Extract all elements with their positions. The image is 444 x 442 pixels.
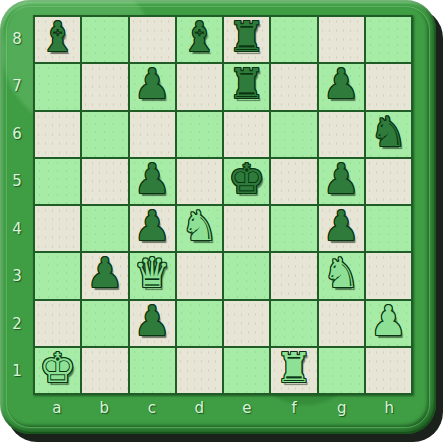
piece-black-pawn[interactable]: ♟ — [134, 206, 171, 247]
piece-black-pawn[interactable]: ♟ — [323, 64, 360, 105]
square-a4[interactable] — [35, 206, 80, 251]
square-c5[interactable]: ♟ — [130, 159, 175, 204]
piece-white-knight[interactable]: ♞ — [181, 206, 218, 247]
square-c1[interactable] — [130, 348, 175, 393]
piece-white-pawn[interactable]: ♟ — [370, 301, 407, 342]
piece-black-knight[interactable]: ♞ — [370, 112, 407, 153]
square-d3[interactable] — [177, 253, 222, 298]
square-c6[interactable] — [130, 112, 175, 157]
square-b3[interactable]: ♟ — [82, 253, 127, 298]
piece-black-pawn[interactable]: ♟ — [134, 64, 171, 105]
square-g4[interactable]: ♟ — [319, 206, 364, 251]
square-d1[interactable] — [177, 348, 222, 393]
square-e3[interactable] — [224, 253, 269, 298]
file-label-h: h — [366, 396, 414, 420]
file-label-a: a — [33, 396, 81, 420]
file-label-g: g — [318, 396, 366, 420]
square-a1[interactable]: ♚ — [35, 348, 80, 393]
board-frame: 87654321 abcdefgh ♝♝♜♟♜♟♞♟♚♟♟♞♟♟♛♞♟♟♚♜ — [0, 0, 436, 434]
square-f6[interactable] — [271, 112, 316, 157]
square-b4[interactable] — [82, 206, 127, 251]
piece-black-pawn[interactable]: ♟ — [323, 159, 360, 200]
piece-black-king[interactable]: ♚ — [228, 159, 265, 200]
square-b6[interactable] — [82, 112, 127, 157]
square-b8[interactable] — [82, 17, 127, 62]
square-g6[interactable] — [319, 112, 364, 157]
square-d6[interactable] — [177, 112, 222, 157]
square-g8[interactable] — [319, 17, 364, 62]
square-a3[interactable] — [35, 253, 80, 298]
square-e6[interactable] — [224, 112, 269, 157]
square-b2[interactable] — [82, 301, 127, 346]
square-c2[interactable]: ♟ — [130, 301, 175, 346]
square-d7[interactable] — [177, 64, 222, 109]
rank-label-4: 4 — [4, 205, 30, 253]
square-h4[interactable] — [366, 206, 411, 251]
rank-label-1: 1 — [4, 348, 30, 396]
square-e5[interactable]: ♚ — [224, 159, 269, 204]
piece-white-queen[interactable]: ♛ — [134, 253, 171, 294]
chess-board: ♝♝♜♟♜♟♞♟♚♟♟♞♟♟♛♞♟♟♚♜ — [33, 15, 413, 395]
square-f4[interactable] — [271, 206, 316, 251]
square-g1[interactable] — [319, 348, 364, 393]
rank-label-7: 7 — [4, 63, 30, 111]
square-e2[interactable] — [224, 301, 269, 346]
square-h7[interactable] — [366, 64, 411, 109]
square-f3[interactable] — [271, 253, 316, 298]
piece-white-rook[interactable]: ♜ — [275, 348, 312, 389]
square-d5[interactable] — [177, 159, 222, 204]
square-h2[interactable]: ♟ — [366, 301, 411, 346]
file-label-f: f — [271, 396, 319, 420]
square-h3[interactable] — [366, 253, 411, 298]
rank-label-8: 8 — [4, 15, 30, 63]
piece-black-pawn[interactable]: ♟ — [86, 253, 123, 294]
rank-label-3: 3 — [4, 253, 30, 301]
square-h5[interactable] — [366, 159, 411, 204]
chess-app-window: 87654321 abcdefgh ♝♝♜♟♜♟♞♟♚♟♟♞♟♟♛♞♟♟♚♜ — [0, 0, 444, 442]
file-label-c: c — [128, 396, 176, 420]
square-f2[interactable] — [271, 301, 316, 346]
piece-black-pawn[interactable]: ♟ — [134, 301, 171, 342]
rank-labels: 87654321 — [4, 15, 30, 395]
square-d8[interactable]: ♝ — [177, 17, 222, 62]
file-label-b: b — [81, 396, 129, 420]
square-d2[interactable] — [177, 301, 222, 346]
rank-label-6: 6 — [4, 110, 30, 158]
square-f1[interactable]: ♜ — [271, 348, 316, 393]
file-label-d: d — [176, 396, 224, 420]
rank-label-2: 2 — [4, 300, 30, 348]
square-g3[interactable]: ♞ — [319, 253, 364, 298]
piece-black-pawn[interactable]: ♟ — [134, 159, 171, 200]
square-h8[interactable] — [366, 17, 411, 62]
piece-black-pawn[interactable]: ♟ — [323, 206, 360, 247]
square-f7[interactable] — [271, 64, 316, 109]
square-g5[interactable]: ♟ — [319, 159, 364, 204]
square-b5[interactable] — [82, 159, 127, 204]
square-c4[interactable]: ♟ — [130, 206, 175, 251]
square-g2[interactable] — [319, 301, 364, 346]
rank-label-5: 5 — [4, 158, 30, 206]
piece-white-king[interactable]: ♚ — [39, 348, 76, 389]
piece-black-rook[interactable]: ♜ — [228, 17, 265, 58]
square-b1[interactable] — [82, 348, 127, 393]
square-g7[interactable]: ♟ — [319, 64, 364, 109]
square-a6[interactable] — [35, 112, 80, 157]
square-c8[interactable] — [130, 17, 175, 62]
piece-black-bishop[interactable]: ♝ — [181, 17, 218, 58]
square-c3[interactable]: ♛ — [130, 253, 175, 298]
square-h6[interactable]: ♞ — [366, 112, 411, 157]
square-f5[interactable] — [271, 159, 316, 204]
square-a2[interactable] — [35, 301, 80, 346]
square-a8[interactable]: ♝ — [35, 17, 80, 62]
square-e8[interactable]: ♜ — [224, 17, 269, 62]
square-a5[interactable] — [35, 159, 80, 204]
square-d4[interactable]: ♞ — [177, 206, 222, 251]
piece-black-rook[interactable]: ♜ — [228, 64, 265, 105]
square-a7[interactable] — [35, 64, 80, 109]
square-e4[interactable] — [224, 206, 269, 251]
file-label-e: e — [223, 396, 271, 420]
piece-white-knight[interactable]: ♞ — [323, 253, 360, 294]
square-e1[interactable] — [224, 348, 269, 393]
square-c7[interactable]: ♟ — [130, 64, 175, 109]
square-f8[interactable] — [271, 17, 316, 62]
square-e7[interactable]: ♜ — [224, 64, 269, 109]
square-b7[interactable] — [82, 64, 127, 109]
square-h1[interactable] — [366, 348, 411, 393]
file-labels: abcdefgh — [33, 396, 413, 420]
piece-black-bishop[interactable]: ♝ — [39, 17, 76, 58]
